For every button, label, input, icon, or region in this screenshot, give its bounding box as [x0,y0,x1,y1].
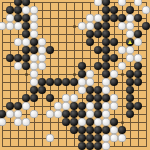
white-stone [78,78,86,86]
hoshi-point [73,25,76,28]
black-stone [102,6,110,14]
white-stone [22,102,30,110]
white-stone [102,102,110,110]
white-stone [54,110,62,118]
black-stone [78,102,86,110]
black-stone [110,118,118,126]
white-stone [30,54,38,62]
white-stone [38,62,46,70]
black-stone [14,54,22,62]
black-stone [102,14,110,22]
white-stone [110,102,118,110]
black-stone [86,142,94,150]
black-stone [14,102,22,110]
black-stone [70,102,78,110]
goban[interactable] [0,0,150,150]
white-stone [102,78,110,86]
white-stone [14,110,22,118]
black-stone [30,38,38,46]
black-stone [62,118,70,126]
black-stone [126,38,134,46]
black-stone [118,14,126,22]
white-stone [110,134,118,142]
black-stone [102,70,110,78]
black-stone [46,94,54,102]
white-stone [46,110,54,118]
black-stone [118,126,126,134]
black-stone [86,38,94,46]
black-stone [102,22,110,30]
white-stone [134,54,142,62]
hoshi-point [25,73,28,76]
black-stone [70,110,78,118]
black-stone [86,118,94,126]
white-stone [126,46,134,54]
black-stone [102,62,110,70]
white-stone [118,46,126,54]
black-stone [30,86,38,94]
black-stone [6,102,14,110]
black-stone [14,6,22,14]
white-stone [22,118,30,126]
black-stone [126,102,134,110]
black-stone [94,46,102,54]
white-stone [22,6,30,14]
white-stone [126,30,134,38]
black-stone [134,70,142,78]
black-stone [78,134,86,142]
black-stone [30,46,38,54]
black-stone [110,6,118,14]
black-stone [102,30,110,38]
white-stone [110,126,118,134]
black-stone [70,126,78,134]
black-stone [86,94,94,102]
black-stone [38,78,46,86]
black-stone [62,78,70,86]
black-stone [78,110,86,118]
black-stone [22,14,30,22]
white-stone [102,134,110,142]
black-stone [94,126,102,134]
black-stone [22,94,30,102]
black-stone [86,86,94,94]
white-stone [126,14,134,22]
black-stone [126,70,134,78]
black-stone [110,54,118,62]
black-stone [110,78,118,86]
black-stone [134,62,142,70]
black-stone [102,46,110,54]
black-stone [142,22,150,30]
white-stone [62,94,70,102]
black-stone [94,142,102,150]
white-stone [118,62,126,70]
white-stone [30,14,38,22]
black-stone [110,38,118,46]
white-stone [86,78,94,86]
black-stone [102,94,110,102]
black-stone [94,110,102,118]
black-stone [78,62,86,70]
black-stone [22,22,30,30]
black-stone [94,94,102,102]
white-stone [6,22,14,30]
white-stone [94,14,102,22]
black-stone [94,102,102,110]
black-stone [46,78,54,86]
black-stone [134,78,142,86]
white-stone [78,22,86,30]
black-stone [102,54,110,62]
white-stone [38,46,46,54]
white-stone [118,22,126,30]
white-stone [78,118,86,126]
white-stone [30,30,38,38]
white-stone [62,102,70,110]
hoshi-point [121,73,124,76]
black-stone [134,14,142,22]
triangle-marker [128,40,132,44]
white-stone [30,22,38,30]
white-stone [86,110,94,118]
hoshi-point [73,73,76,76]
white-stone [54,102,62,110]
black-stone [102,126,110,134]
white-stone [102,110,110,118]
white-stone [126,54,134,62]
white-stone [30,78,38,86]
black-stone [86,126,94,134]
black-stone [22,30,30,38]
black-stone [70,78,78,86]
white-stone [30,62,38,70]
white-stone [14,38,22,46]
hoshi-point [121,121,124,124]
white-stone [86,14,94,22]
black-stone [126,86,134,94]
white-stone [30,110,38,118]
black-stone [86,30,94,38]
white-stone [118,134,126,142]
black-stone [110,14,118,22]
black-stone [78,126,86,134]
white-stone [134,38,142,46]
black-stone [6,6,14,14]
black-stone [94,62,102,70]
white-stone [30,6,38,14]
black-stone [54,78,62,86]
white-stone [22,38,30,46]
black-stone [6,54,14,62]
black-stone [78,70,86,78]
white-stone [86,102,94,110]
black-stone [86,134,94,142]
black-stone [94,22,102,30]
black-stone [30,94,38,102]
white-stone [30,70,38,78]
white-stone [94,118,102,126]
white-stone [110,70,118,78]
black-stone [102,38,110,46]
white-stone [38,38,46,46]
black-stone [22,54,30,62]
black-stone [70,118,78,126]
black-stone [46,46,54,54]
white-stone [38,54,46,62]
white-stone [6,110,14,118]
black-stone [126,94,134,102]
white-stone [102,142,110,150]
black-stone [22,46,30,54]
white-stone [14,22,22,30]
black-stone [126,110,134,118]
black-stone [14,14,22,22]
white-stone [70,94,78,102]
white-stone [86,70,94,78]
white-stone [14,62,22,70]
black-stone [94,134,102,142]
white-stone [142,6,150,14]
black-stone [126,78,134,86]
white-stone [46,134,54,142]
black-stone [126,6,134,14]
black-stone [94,30,102,38]
white-stone [78,86,86,94]
white-stone [86,22,94,30]
black-stone [94,86,102,94]
white-stone [102,118,110,126]
black-stone [134,30,142,38]
white-stone [126,22,134,30]
black-stone [22,62,30,70]
white-stone [14,118,22,126]
white-stone [102,86,110,94]
white-stone [6,14,14,22]
go-board[interactable] [0,0,150,150]
black-stone [78,142,86,150]
black-stone [134,102,142,110]
white-stone [110,94,118,102]
black-stone [38,86,46,94]
black-stone [62,110,70,118]
